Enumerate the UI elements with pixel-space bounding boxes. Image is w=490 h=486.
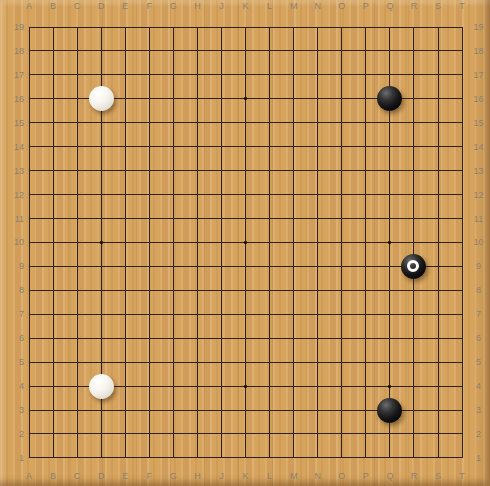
coord-label-top-N: N (310, 0, 326, 12)
grid-line-vertical (317, 27, 318, 458)
coord-label-top-E: E (117, 0, 133, 12)
coord-label-top-R: R (406, 0, 422, 12)
coord-label-top-G: G (165, 0, 181, 12)
coord-label-left-15: 15 (0, 117, 24, 129)
grid-line-vertical (293, 27, 294, 458)
coord-label-bottom-Q: Q (382, 470, 398, 482)
coord-label-right-7: 7 (470, 308, 487, 320)
coord-label-top-H: H (189, 0, 205, 12)
coord-label-right-5: 5 (470, 356, 487, 368)
coord-label-left-8: 8 (0, 284, 24, 296)
coord-label-right-4: 4 (470, 380, 487, 392)
star-point-D10 (100, 241, 103, 244)
coord-label-right-14: 14 (470, 141, 487, 153)
coord-label-right-18: 18 (470, 45, 487, 57)
go-board[interactable]: ABCDEFGHJKLMNOPQRST ABCDEFGHJKLMNOPQRST … (0, 0, 490, 486)
coord-label-left-5: 5 (0, 356, 24, 368)
coord-label-bottom-F: F (141, 470, 157, 482)
coord-label-left-16: 16 (0, 93, 24, 105)
grid-line-vertical (269, 27, 270, 458)
coord-label-right-19: 19 (470, 21, 487, 33)
coord-label-left-18: 18 (0, 45, 24, 57)
coord-label-left-1: 1 (0, 452, 24, 464)
star-point-Q4 (388, 385, 391, 388)
coord-label-left-12: 12 (0, 189, 24, 201)
coord-label-bottom-N: N (310, 470, 326, 482)
coord-label-top-L: L (262, 0, 278, 12)
coord-label-top-T: T (454, 0, 470, 12)
grid-line-horizontal (29, 433, 462, 434)
coord-label-top-C: C (69, 0, 85, 12)
coord-label-bottom-H: H (189, 470, 205, 482)
coord-label-top-M: M (286, 0, 302, 12)
coord-label-left-2: 2 (0, 428, 24, 440)
star-point-K16 (244, 97, 247, 100)
coord-label-top-Q: Q (382, 0, 398, 12)
coord-label-bottom-R: R (406, 470, 422, 482)
coord-label-left-9: 9 (0, 260, 24, 272)
coord-label-bottom-O: O (334, 470, 350, 482)
coord-label-right-17: 17 (470, 69, 487, 81)
star-point-K4 (244, 385, 247, 388)
coord-label-bottom-C: C (69, 470, 85, 482)
coord-label-bottom-A: A (21, 470, 37, 482)
star-point-K10 (244, 241, 247, 244)
coord-label-bottom-K: K (238, 470, 254, 482)
coord-label-left-10: 10 (0, 236, 24, 248)
coord-label-top-J: J (213, 0, 229, 12)
coord-label-right-11: 11 (470, 213, 487, 225)
grid-line-vertical (438, 27, 439, 458)
coord-label-top-O: O (334, 0, 350, 12)
coord-label-bottom-J: J (213, 470, 229, 482)
coord-label-top-D: D (93, 0, 109, 12)
grid-line-horizontal (29, 338, 462, 339)
coord-label-right-2: 2 (470, 428, 487, 440)
coord-label-bottom-T: T (454, 470, 470, 482)
coord-label-left-6: 6 (0, 332, 24, 344)
coord-label-top-P: P (358, 0, 374, 12)
grid-line-vertical (365, 27, 366, 458)
stone-white-D4 (89, 374, 114, 399)
coord-label-top-A: A (21, 0, 37, 12)
coord-label-right-1: 1 (470, 452, 487, 464)
grid-line-vertical (462, 27, 463, 458)
stone-black-R9 (401, 254, 426, 279)
coord-label-left-3: 3 (0, 404, 24, 416)
coord-label-right-16: 16 (470, 93, 487, 105)
go-app-window: ABCDEFGHJKLMNOPQRST ABCDEFGHJKLMNOPQRST … (0, 0, 490, 486)
coord-label-left-13: 13 (0, 165, 24, 177)
coord-label-left-4: 4 (0, 380, 24, 392)
coord-label-left-17: 17 (0, 69, 24, 81)
grid-line-vertical (413, 27, 414, 458)
coord-label-top-B: B (45, 0, 61, 12)
stone-black-Q16 (377, 86, 402, 111)
grid-line-horizontal (29, 362, 462, 363)
grid-line-horizontal (29, 314, 462, 315)
coord-label-right-15: 15 (470, 117, 487, 129)
grid-line-horizontal (29, 457, 462, 458)
coord-label-bottom-E: E (117, 470, 133, 482)
coord-label-top-K: K (238, 0, 254, 12)
coord-label-right-10: 10 (470, 236, 487, 248)
coord-label-bottom-M: M (286, 470, 302, 482)
coord-label-right-8: 8 (470, 284, 487, 296)
coord-label-right-3: 3 (470, 404, 487, 416)
coord-label-right-6: 6 (470, 332, 487, 344)
coord-label-top-F: F (141, 0, 157, 12)
coord-label-left-7: 7 (0, 308, 24, 320)
coord-label-left-14: 14 (0, 141, 24, 153)
star-point-Q10 (388, 241, 391, 244)
coord-label-left-19: 19 (0, 21, 24, 33)
grid-line-vertical (341, 27, 342, 458)
coord-label-right-12: 12 (470, 189, 487, 201)
coord-label-bottom-D: D (93, 470, 109, 482)
coord-label-bottom-B: B (45, 470, 61, 482)
coord-label-left-11: 11 (0, 213, 24, 225)
coord-label-bottom-P: P (358, 470, 374, 482)
grid-line-horizontal (29, 266, 462, 267)
last-move-circle-marker (407, 260, 419, 272)
coord-label-right-9: 9 (470, 260, 487, 272)
stone-white-D16 (89, 86, 114, 111)
coord-label-bottom-L: L (262, 470, 278, 482)
grid-line-horizontal (29, 290, 462, 291)
coord-label-bottom-S: S (430, 470, 446, 482)
coord-label-right-13: 13 (470, 165, 487, 177)
coord-label-bottom-G: G (165, 470, 181, 482)
stone-black-Q3 (377, 398, 402, 423)
coord-label-top-S: S (430, 0, 446, 12)
